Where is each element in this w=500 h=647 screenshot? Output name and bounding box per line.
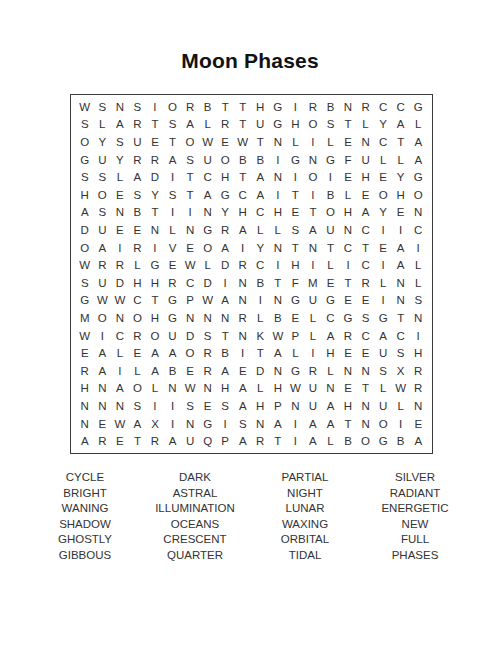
grid-cell: Y bbox=[251, 239, 269, 257]
grid-cell: L bbox=[269, 221, 287, 239]
grid-cell: I bbox=[164, 397, 182, 415]
grid-cell: I bbox=[181, 204, 199, 222]
grid-cell: L bbox=[251, 380, 269, 398]
grid-cell: H bbox=[339, 204, 357, 222]
grid-cell: H bbox=[251, 397, 269, 415]
word-list-item: PHASES bbox=[360, 548, 470, 564]
grid-cell: S bbox=[129, 186, 147, 204]
grid-cell: U bbox=[374, 397, 392, 415]
grid-cell: S bbox=[322, 116, 340, 134]
grid-cell: E bbox=[111, 186, 129, 204]
grid-cell: L bbox=[357, 116, 375, 134]
grid-cell: H bbox=[129, 274, 147, 292]
grid-cell: G bbox=[199, 415, 217, 433]
grid-cell: G bbox=[146, 256, 164, 274]
grid-cell: A bbox=[216, 239, 234, 257]
grid-cell: A bbox=[216, 362, 234, 380]
grid-cell: N bbox=[146, 221, 164, 239]
grid-cell: G bbox=[322, 151, 340, 169]
grid-cell: N bbox=[409, 309, 427, 327]
grid-cell: I bbox=[287, 432, 305, 450]
grid-cell: A bbox=[146, 344, 164, 362]
grid-cell: A bbox=[392, 239, 410, 257]
word-list-item: ENERGETIC bbox=[360, 501, 470, 517]
grid-cell: L bbox=[129, 256, 147, 274]
grid-cell: C bbox=[357, 221, 375, 239]
grid-cell: D bbox=[111, 274, 129, 292]
grid-cell: O bbox=[129, 309, 147, 327]
grid-cell: A bbox=[199, 186, 217, 204]
grid-cell: E bbox=[76, 344, 94, 362]
grid-cell: A bbox=[216, 292, 234, 310]
grid-cell: O bbox=[199, 239, 217, 257]
grid-cell: S bbox=[357, 309, 375, 327]
grid-cell: R bbox=[251, 432, 269, 450]
grid-cell: N bbox=[409, 397, 427, 415]
grid-cell: F bbox=[339, 151, 357, 169]
grid-cell: R bbox=[164, 274, 182, 292]
grid-cell: A bbox=[251, 168, 269, 186]
word-list-item: CRESCENT bbox=[140, 532, 250, 548]
grid-cell: S bbox=[94, 204, 112, 222]
grid-cell: S bbox=[129, 98, 147, 116]
grid-cell: E bbox=[199, 397, 217, 415]
grid-cell: B bbox=[339, 432, 357, 450]
grid-cell: E bbox=[339, 344, 357, 362]
grid-cell: W bbox=[76, 327, 94, 345]
word-list-item: BRIGHT bbox=[30, 486, 140, 502]
grid-cell: E bbox=[339, 292, 357, 310]
grid-cell: A bbox=[392, 256, 410, 274]
grid-cell: I bbox=[304, 344, 322, 362]
grid-cell: E bbox=[216, 133, 234, 151]
grid-cell: H bbox=[146, 309, 164, 327]
grid-cell: A bbox=[251, 186, 269, 204]
grid-cell: G bbox=[76, 292, 94, 310]
grid-cell: N bbox=[94, 397, 112, 415]
grid-cell: L bbox=[409, 274, 427, 292]
grid-cell: P bbox=[287, 327, 305, 345]
grid-cell: A bbox=[234, 380, 252, 398]
grid-cell: U bbox=[304, 397, 322, 415]
grid-cell: G bbox=[76, 151, 94, 169]
grid-cell: W bbox=[181, 380, 199, 398]
grid-cell: B bbox=[164, 362, 182, 380]
grid-cell: E bbox=[181, 362, 199, 380]
grid-cell: R bbox=[357, 98, 375, 116]
grid-cell: Y bbox=[216, 204, 234, 222]
grid-cell: I bbox=[392, 415, 410, 433]
grid-cell: A bbox=[146, 362, 164, 380]
grid-cell: I bbox=[269, 151, 287, 169]
grid-cell: L bbox=[199, 256, 217, 274]
grid-cell: B bbox=[322, 186, 340, 204]
grid-cell: O bbox=[409, 186, 427, 204]
grid-cell: N bbox=[409, 204, 427, 222]
grid-cell: A bbox=[357, 204, 375, 222]
grid-cell: T bbox=[392, 133, 410, 151]
grid-cell: N bbox=[216, 309, 234, 327]
grid-cell: Y bbox=[392, 168, 410, 186]
grid-cell: N bbox=[304, 151, 322, 169]
grid-cell: G bbox=[409, 98, 427, 116]
grid-cell: W bbox=[199, 292, 217, 310]
grid-cell: T bbox=[216, 327, 234, 345]
grid-cell: N bbox=[269, 133, 287, 151]
grid-cell: Y bbox=[146, 186, 164, 204]
grid-cell: A bbox=[111, 116, 129, 134]
grid-cell: R bbox=[146, 432, 164, 450]
grid-cell: E bbox=[374, 239, 392, 257]
grid-cell: E bbox=[409, 415, 427, 433]
grid-cell: G bbox=[164, 292, 182, 310]
grid-cell: C bbox=[181, 274, 199, 292]
grid-cell: R bbox=[129, 151, 147, 169]
grid-cell: T bbox=[234, 116, 252, 134]
grid-cell: L bbox=[111, 344, 129, 362]
grid-cell: U bbox=[322, 221, 340, 239]
grid-cell: R bbox=[111, 256, 129, 274]
word-list-item: TIDAL bbox=[250, 548, 360, 564]
grid-cell: I bbox=[216, 274, 234, 292]
grid-cell: R bbox=[234, 309, 252, 327]
grid-cell: L bbox=[287, 344, 305, 362]
grid-cell: O bbox=[181, 133, 199, 151]
grid-cell: R bbox=[199, 344, 217, 362]
word-list-item: PARTIAL bbox=[250, 470, 360, 486]
grid-cell: T bbox=[357, 380, 375, 398]
grid-cell: G bbox=[322, 292, 340, 310]
grid-cell: N bbox=[94, 380, 112, 398]
grid-cell: U bbox=[94, 274, 112, 292]
grid-cell: I bbox=[304, 186, 322, 204]
grid-cell: S bbox=[181, 397, 199, 415]
grid-cell: C bbox=[251, 204, 269, 222]
grid-cell: R bbox=[76, 362, 94, 380]
grid-cell: G bbox=[287, 292, 305, 310]
grid-cell: E bbox=[357, 186, 375, 204]
grid-cell: L bbox=[322, 432, 340, 450]
grid-cell: L bbox=[251, 309, 269, 327]
grid-cell: H bbox=[146, 274, 164, 292]
grid-cell: I bbox=[269, 186, 287, 204]
word-list-item: ILLUMINATION bbox=[140, 501, 250, 517]
grid-cell: L bbox=[409, 116, 427, 134]
grid-cell: S bbox=[199, 327, 217, 345]
grid-cell: R bbox=[304, 98, 322, 116]
word-list-item: SILVER bbox=[360, 470, 470, 486]
grid-cell: I bbox=[111, 239, 129, 257]
grid-cell: O bbox=[216, 151, 234, 169]
grid-cell: T bbox=[269, 432, 287, 450]
grid-cell: F bbox=[287, 274, 305, 292]
grid-cell: R bbox=[146, 151, 164, 169]
grid-cell: O bbox=[94, 309, 112, 327]
grid-cell: L bbox=[304, 327, 322, 345]
grid-cell: N bbox=[269, 362, 287, 380]
grid-cell: A bbox=[269, 415, 287, 433]
grid-cell: I bbox=[234, 239, 252, 257]
grid-cell: S bbox=[94, 168, 112, 186]
grid-cell: N bbox=[357, 415, 375, 433]
grid-cell: T bbox=[339, 274, 357, 292]
grid-cell: O bbox=[129, 380, 147, 398]
grid-cell: C bbox=[251, 256, 269, 274]
grid-cell: C bbox=[129, 292, 147, 310]
grid-cell: I bbox=[234, 344, 252, 362]
grid-cell: T bbox=[251, 133, 269, 151]
grid-cell: P bbox=[181, 292, 199, 310]
grid-cell: U bbox=[94, 151, 112, 169]
grid-cell: W bbox=[181, 256, 199, 274]
word-list-item: GHOSTLY bbox=[30, 532, 140, 548]
grid-cell: R bbox=[199, 362, 217, 380]
grid-cell: P bbox=[216, 432, 234, 450]
grid-cell: N bbox=[181, 309, 199, 327]
grid-cell: Y bbox=[374, 204, 392, 222]
grid-cell: G bbox=[409, 168, 427, 186]
grid-cell: U bbox=[251, 116, 269, 134]
grid-cell: A bbox=[94, 362, 112, 380]
grid-cell: B bbox=[269, 309, 287, 327]
grid-cell: E bbox=[357, 344, 375, 362]
grid-cell: L bbox=[392, 151, 410, 169]
grid-cell: R bbox=[409, 362, 427, 380]
grid-cell: E bbox=[181, 239, 199, 257]
grid-cell: T bbox=[129, 432, 147, 450]
grid-cell: W bbox=[94, 292, 112, 310]
grid-cell: L bbox=[322, 133, 340, 151]
grid-cell: X bbox=[146, 415, 164, 433]
grid-cell: B bbox=[251, 151, 269, 169]
grid-cell: G bbox=[374, 309, 392, 327]
grid-cell: H bbox=[339, 397, 357, 415]
grid-cell: A bbox=[322, 415, 340, 433]
grid-cell: T bbox=[216, 98, 234, 116]
grid-cell: N bbox=[199, 309, 217, 327]
grid-cell: L bbox=[304, 309, 322, 327]
grid-cell: W bbox=[234, 133, 252, 151]
grid-cell: E bbox=[322, 274, 340, 292]
grid-cell: N bbox=[199, 380, 217, 398]
grid-cell: G bbox=[199, 221, 217, 239]
word-list-item: LUNAR bbox=[250, 501, 360, 517]
grid-cell: A bbox=[76, 204, 94, 222]
grid-cell: C bbox=[374, 98, 392, 116]
grid-cell: O bbox=[374, 186, 392, 204]
grid-cell: N bbox=[111, 98, 129, 116]
grid-cell: T bbox=[357, 239, 375, 257]
grid-cell: C bbox=[392, 327, 410, 345]
grid-cell: N bbox=[304, 239, 322, 257]
grid-cell: W bbox=[392, 380, 410, 398]
grid-cell: E bbox=[287, 204, 305, 222]
grid-cell: H bbox=[357, 168, 375, 186]
grid-cell: H bbox=[287, 116, 305, 134]
word-list-item: RADIANT bbox=[360, 486, 470, 502]
grid-cell: L bbox=[287, 133, 305, 151]
grid-cell: N bbox=[357, 362, 375, 380]
grid-cell: H bbox=[392, 186, 410, 204]
grid-cell: R bbox=[129, 327, 147, 345]
grid-cell: I bbox=[164, 415, 182, 433]
grid-cell: N bbox=[322, 380, 340, 398]
grid-cell: R bbox=[357, 274, 375, 292]
grid-cell: R bbox=[181, 98, 199, 116]
grid-cell: L bbox=[199, 116, 217, 134]
grid-cell: W bbox=[111, 292, 129, 310]
grid-cell: O bbox=[164, 98, 182, 116]
letter-grid: WSNSIORBTTHGIRBNRCCGSLARTSALRTUGHOSTLYAL… bbox=[70, 94, 433, 454]
grid-cell: T bbox=[164, 133, 182, 151]
grid-cell: W bbox=[76, 98, 94, 116]
grid-cell: I bbox=[392, 221, 410, 239]
grid-cell: R bbox=[409, 380, 427, 398]
grid-cell: L bbox=[374, 274, 392, 292]
grid-cell: D bbox=[181, 327, 199, 345]
grid-cell: R bbox=[94, 432, 112, 450]
grid-cell: S bbox=[164, 116, 182, 134]
grid-cell: N bbox=[339, 362, 357, 380]
word-list-item: FULL bbox=[360, 532, 470, 548]
grid-cell: A bbox=[129, 168, 147, 186]
grid-cell: C bbox=[357, 327, 375, 345]
grid-cell: A bbox=[392, 116, 410, 134]
grid-cell: I bbox=[339, 256, 357, 274]
grid-cell: R bbox=[216, 221, 234, 239]
grid-cell: I bbox=[146, 397, 164, 415]
grid-cell: S bbox=[129, 397, 147, 415]
grid-cell: U bbox=[199, 151, 217, 169]
grid-cell: I bbox=[94, 327, 112, 345]
grid-cell: N bbox=[339, 98, 357, 116]
grid-cell: S bbox=[76, 274, 94, 292]
grid-cell: T bbox=[322, 239, 340, 257]
grid-cell: A bbox=[269, 344, 287, 362]
grid-cell: C bbox=[339, 239, 357, 257]
grid-cell: E bbox=[357, 292, 375, 310]
grid-cell: N bbox=[251, 415, 269, 433]
grid-cell: N bbox=[269, 292, 287, 310]
grid-cell: I bbox=[164, 168, 182, 186]
grid-cell: U bbox=[374, 344, 392, 362]
grid-cell: I bbox=[322, 168, 340, 186]
grid-cell: T bbox=[146, 116, 164, 134]
grid-cell: O bbox=[76, 239, 94, 257]
grid-cell: R bbox=[234, 256, 252, 274]
grid-cell: T bbox=[304, 204, 322, 222]
grid-cell: X bbox=[392, 362, 410, 380]
grid-cell: E bbox=[164, 256, 182, 274]
grid-cell: N bbox=[199, 204, 217, 222]
grid-cell: I bbox=[374, 256, 392, 274]
grid-cell: A bbox=[164, 432, 182, 450]
grid-cell: S bbox=[76, 168, 94, 186]
grid-cell: S bbox=[111, 133, 129, 151]
grid-cell: L bbox=[129, 362, 147, 380]
grid-cell: L bbox=[111, 168, 129, 186]
grid-cell: A bbox=[409, 133, 427, 151]
grid-cell: I bbox=[409, 327, 427, 345]
grid-cell: I bbox=[111, 362, 129, 380]
grid-cell: E bbox=[94, 415, 112, 433]
grid-cell: Y bbox=[94, 133, 112, 151]
grid-cell: I bbox=[374, 292, 392, 310]
grid-cell: H bbox=[216, 168, 234, 186]
grid-cell: P bbox=[269, 397, 287, 415]
grid-cell: S bbox=[392, 344, 410, 362]
grid-cell: N bbox=[76, 415, 94, 433]
grid-cell: T bbox=[339, 415, 357, 433]
grid-cell: H bbox=[287, 256, 305, 274]
grid-cell: E bbox=[146, 133, 164, 151]
grid-cell: W bbox=[199, 133, 217, 151]
grid-cell: B bbox=[234, 151, 252, 169]
grid-cell: A bbox=[304, 432, 322, 450]
grid-cell: G bbox=[269, 116, 287, 134]
grid-cell: I bbox=[304, 133, 322, 151]
grid-cell: N bbox=[111, 397, 129, 415]
grid-cell: I bbox=[287, 415, 305, 433]
grid-cell: L bbox=[146, 380, 164, 398]
grid-cell: S bbox=[374, 362, 392, 380]
grid-cell: L bbox=[322, 256, 340, 274]
grid-cell: G bbox=[287, 151, 305, 169]
grid-cell: I bbox=[287, 98, 305, 116]
grid-cell: O bbox=[374, 415, 392, 433]
grid-cell: I bbox=[164, 204, 182, 222]
grid-cell: U bbox=[129, 133, 147, 151]
grid-cell: S bbox=[216, 397, 234, 415]
grid-cell: H bbox=[322, 344, 340, 362]
grid-cell: N bbox=[181, 415, 199, 433]
grid-cell: U bbox=[304, 380, 322, 398]
grid-cell: W bbox=[287, 380, 305, 398]
grid-cell: D bbox=[199, 274, 217, 292]
grid-cell: T bbox=[251, 344, 269, 362]
grid-cell: C bbox=[409, 221, 427, 239]
grid-cell: L bbox=[339, 186, 357, 204]
grid-cell: A bbox=[181, 116, 199, 134]
grid-cell: I bbox=[409, 239, 427, 257]
grid-cell: S bbox=[409, 292, 427, 310]
grid-cell: N bbox=[269, 168, 287, 186]
grid-cell: O bbox=[304, 168, 322, 186]
grid-cell: C bbox=[374, 133, 392, 151]
grid-cell: N bbox=[234, 292, 252, 310]
grid-cell: A bbox=[129, 415, 147, 433]
grid-cell: A bbox=[164, 151, 182, 169]
grid-cell: I bbox=[374, 221, 392, 239]
grid-cell: N bbox=[234, 274, 252, 292]
grid-cell: E bbox=[339, 133, 357, 151]
grid-cell: A bbox=[164, 344, 182, 362]
grid-cell: Q bbox=[199, 432, 217, 450]
grid-cell: N bbox=[287, 397, 305, 415]
grid-cell: A bbox=[304, 415, 322, 433]
grid-cell: R bbox=[216, 116, 234, 134]
word-list-item: NIGHT bbox=[250, 486, 360, 502]
grid-cell: N bbox=[164, 380, 182, 398]
grid-cell: S bbox=[181, 151, 199, 169]
grid-cell: Y bbox=[374, 116, 392, 134]
grid-cell: C bbox=[111, 327, 129, 345]
grid-cell: N bbox=[181, 221, 199, 239]
grid-cell: S bbox=[94, 98, 112, 116]
grid-cell: W bbox=[76, 256, 94, 274]
grid-cell: E bbox=[339, 380, 357, 398]
grid-cell: M bbox=[76, 309, 94, 327]
